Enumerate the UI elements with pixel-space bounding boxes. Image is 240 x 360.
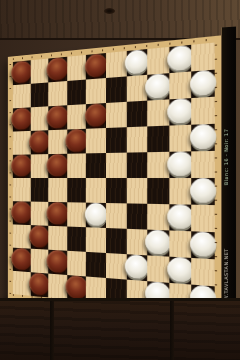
board-square[interactable] bbox=[86, 252, 106, 278]
board-square[interactable] bbox=[106, 203, 126, 229]
board-square[interactable] bbox=[106, 76, 126, 103]
black-piece[interactable] bbox=[12, 60, 32, 84]
plank-gap bbox=[50, 301, 54, 360]
board-square[interactable] bbox=[192, 70, 215, 98]
board-square[interactable] bbox=[169, 204, 191, 231]
board-square[interactable] bbox=[147, 255, 169, 282]
board-square[interactable] bbox=[13, 131, 31, 155]
board-square[interactable] bbox=[30, 202, 48, 226]
board-square[interactable] bbox=[147, 152, 169, 178]
board-square[interactable] bbox=[30, 82, 48, 107]
board-square[interactable] bbox=[13, 178, 31, 202]
table-front bbox=[0, 298, 240, 360]
white-piece[interactable] bbox=[190, 69, 216, 96]
white-piece[interactable] bbox=[125, 49, 149, 75]
board-square[interactable] bbox=[169, 45, 191, 73]
black-piece[interactable] bbox=[47, 56, 68, 80]
board-square[interactable] bbox=[192, 178, 215, 205]
board-square[interactable] bbox=[126, 178, 147, 204]
board-square[interactable] bbox=[106, 102, 126, 128]
board-square[interactable] bbox=[48, 105, 67, 130]
board-square[interactable] bbox=[48, 226, 67, 251]
board-square[interactable] bbox=[48, 178, 67, 202]
white-piece[interactable] bbox=[85, 202, 108, 226]
board-square[interactable] bbox=[30, 225, 48, 250]
board-square[interactable] bbox=[169, 125, 191, 152]
board-square[interactable] bbox=[169, 98, 191, 126]
board-square[interactable] bbox=[48, 129, 67, 154]
board-square[interactable] bbox=[147, 230, 169, 257]
board-square[interactable] bbox=[126, 203, 147, 229]
board-square[interactable] bbox=[86, 203, 106, 228]
board-square[interactable] bbox=[106, 127, 126, 153]
board-side-panel: Blanc: 16 - Noir: 17 WWW.TAVLASTAN.NET bbox=[221, 27, 236, 320]
board-square[interactable] bbox=[169, 178, 191, 205]
board-square[interactable] bbox=[30, 272, 48, 297]
white-piece[interactable] bbox=[168, 204, 194, 230]
board-square[interactable] bbox=[13, 84, 31, 109]
board-square[interactable] bbox=[147, 47, 169, 75]
board-square[interactable] bbox=[48, 57, 67, 83]
wall-plank-top bbox=[0, 0, 240, 40]
board-square[interactable] bbox=[67, 178, 86, 203]
board-square[interactable] bbox=[13, 201, 31, 225]
board-square[interactable] bbox=[126, 75, 147, 102]
board-square[interactable] bbox=[13, 154, 31, 178]
board-square[interactable] bbox=[126, 152, 147, 178]
white-piece[interactable] bbox=[168, 256, 194, 283]
plank-gap bbox=[170, 301, 174, 360]
board-square[interactable] bbox=[126, 254, 147, 281]
board-grid bbox=[13, 43, 215, 314]
board-square[interactable] bbox=[126, 229, 147, 256]
board-square[interactable] bbox=[13, 271, 31, 296]
black-piece[interactable] bbox=[66, 275, 88, 300]
board-square[interactable] bbox=[126, 101, 147, 128]
board-square[interactable] bbox=[106, 51, 126, 78]
board-square[interactable] bbox=[169, 71, 191, 99]
black-piece[interactable] bbox=[12, 201, 32, 224]
white-piece[interactable] bbox=[190, 178, 216, 203]
board-square[interactable] bbox=[106, 153, 126, 178]
board-square[interactable] bbox=[86, 53, 106, 80]
board-square[interactable] bbox=[192, 43, 215, 72]
white-piece[interactable] bbox=[190, 231, 216, 257]
board-square[interactable] bbox=[67, 129, 86, 154]
board-square[interactable] bbox=[192, 97, 215, 125]
board-square[interactable] bbox=[192, 205, 215, 233]
board-square[interactable] bbox=[106, 178, 126, 203]
board-square[interactable] bbox=[48, 81, 67, 106]
board-square[interactable] bbox=[13, 248, 31, 273]
board-square[interactable] bbox=[169, 151, 191, 178]
white-piece[interactable] bbox=[146, 229, 171, 255]
board-square[interactable] bbox=[48, 202, 67, 227]
board-square[interactable] bbox=[30, 249, 48, 274]
board-square[interactable] bbox=[67, 251, 86, 277]
white-piece[interactable] bbox=[146, 73, 171, 99]
board-square[interactable] bbox=[86, 78, 106, 104]
board-square[interactable] bbox=[169, 230, 191, 258]
board-square[interactable] bbox=[67, 55, 86, 81]
board-square[interactable] bbox=[30, 106, 48, 131]
board-square[interactable] bbox=[126, 126, 147, 152]
black-piece[interactable] bbox=[29, 272, 50, 296]
black-piece[interactable] bbox=[85, 103, 108, 127]
board-square[interactable] bbox=[67, 227, 86, 252]
black-piece[interactable] bbox=[47, 249, 68, 273]
wood-knot-icon bbox=[104, 8, 115, 14]
white-piece[interactable] bbox=[168, 98, 194, 124]
board-square[interactable] bbox=[30, 154, 48, 178]
white-piece[interactable] bbox=[125, 254, 149, 280]
board-square[interactable] bbox=[48, 154, 67, 178]
black-piece[interactable] bbox=[12, 154, 32, 176]
board-square[interactable] bbox=[106, 253, 126, 280]
board-square[interactable] bbox=[13, 224, 31, 248]
board-square[interactable] bbox=[147, 99, 169, 126]
board-square[interactable] bbox=[106, 228, 126, 254]
board-square[interactable] bbox=[192, 258, 215, 286]
board-square[interactable] bbox=[48, 250, 67, 275]
board-square[interactable] bbox=[147, 178, 169, 204]
black-piece[interactable] bbox=[66, 128, 88, 152]
board-square[interactable] bbox=[86, 178, 106, 203]
white-piece[interactable] bbox=[168, 44, 194, 71]
black-piece[interactable] bbox=[47, 202, 68, 225]
board-square[interactable] bbox=[126, 49, 147, 76]
board-square[interactable] bbox=[86, 128, 106, 153]
black-piece[interactable] bbox=[85, 53, 108, 78]
board-square[interactable] bbox=[13, 107, 31, 131]
board-square[interactable] bbox=[192, 151, 215, 178]
table-background: Blanc: 16 - Noir: 17 WWW.TAVLASTAN.NET bbox=[0, 0, 240, 360]
checkers-board bbox=[8, 35, 222, 320]
board-square[interactable] bbox=[67, 202, 86, 227]
board-square[interactable] bbox=[13, 60, 31, 85]
board-square[interactable] bbox=[67, 80, 86, 106]
board-square[interactable] bbox=[192, 124, 215, 152]
board-square[interactable] bbox=[192, 231, 215, 259]
white-piece[interactable] bbox=[190, 123, 216, 149]
board-square[interactable] bbox=[30, 130, 48, 154]
black-piece[interactable] bbox=[29, 130, 50, 153]
black-piece[interactable] bbox=[29, 225, 50, 248]
board-square[interactable] bbox=[48, 274, 67, 300]
board-square[interactable] bbox=[86, 103, 106, 129]
board-square[interactable] bbox=[147, 126, 169, 153]
board-square[interactable] bbox=[67, 104, 86, 129]
black-piece[interactable] bbox=[12, 247, 32, 270]
board-square[interactable] bbox=[147, 73, 169, 100]
board-square[interactable] bbox=[147, 204, 169, 231]
black-piece[interactable] bbox=[47, 105, 68, 129]
white-piece[interactable] bbox=[168, 151, 194, 176]
board-square[interactable] bbox=[67, 153, 86, 178]
board-square[interactable] bbox=[86, 227, 106, 253]
board-square[interactable] bbox=[30, 178, 48, 202]
board-square[interactable] bbox=[86, 153, 106, 178]
black-piece[interactable] bbox=[12, 107, 32, 130]
piece-count-label: Blanc: 16 - Noir: 17 bbox=[223, 75, 229, 185]
board-square[interactable] bbox=[169, 257, 191, 285]
black-piece[interactable] bbox=[47, 153, 68, 176]
board-square[interactable] bbox=[30, 59, 48, 84]
